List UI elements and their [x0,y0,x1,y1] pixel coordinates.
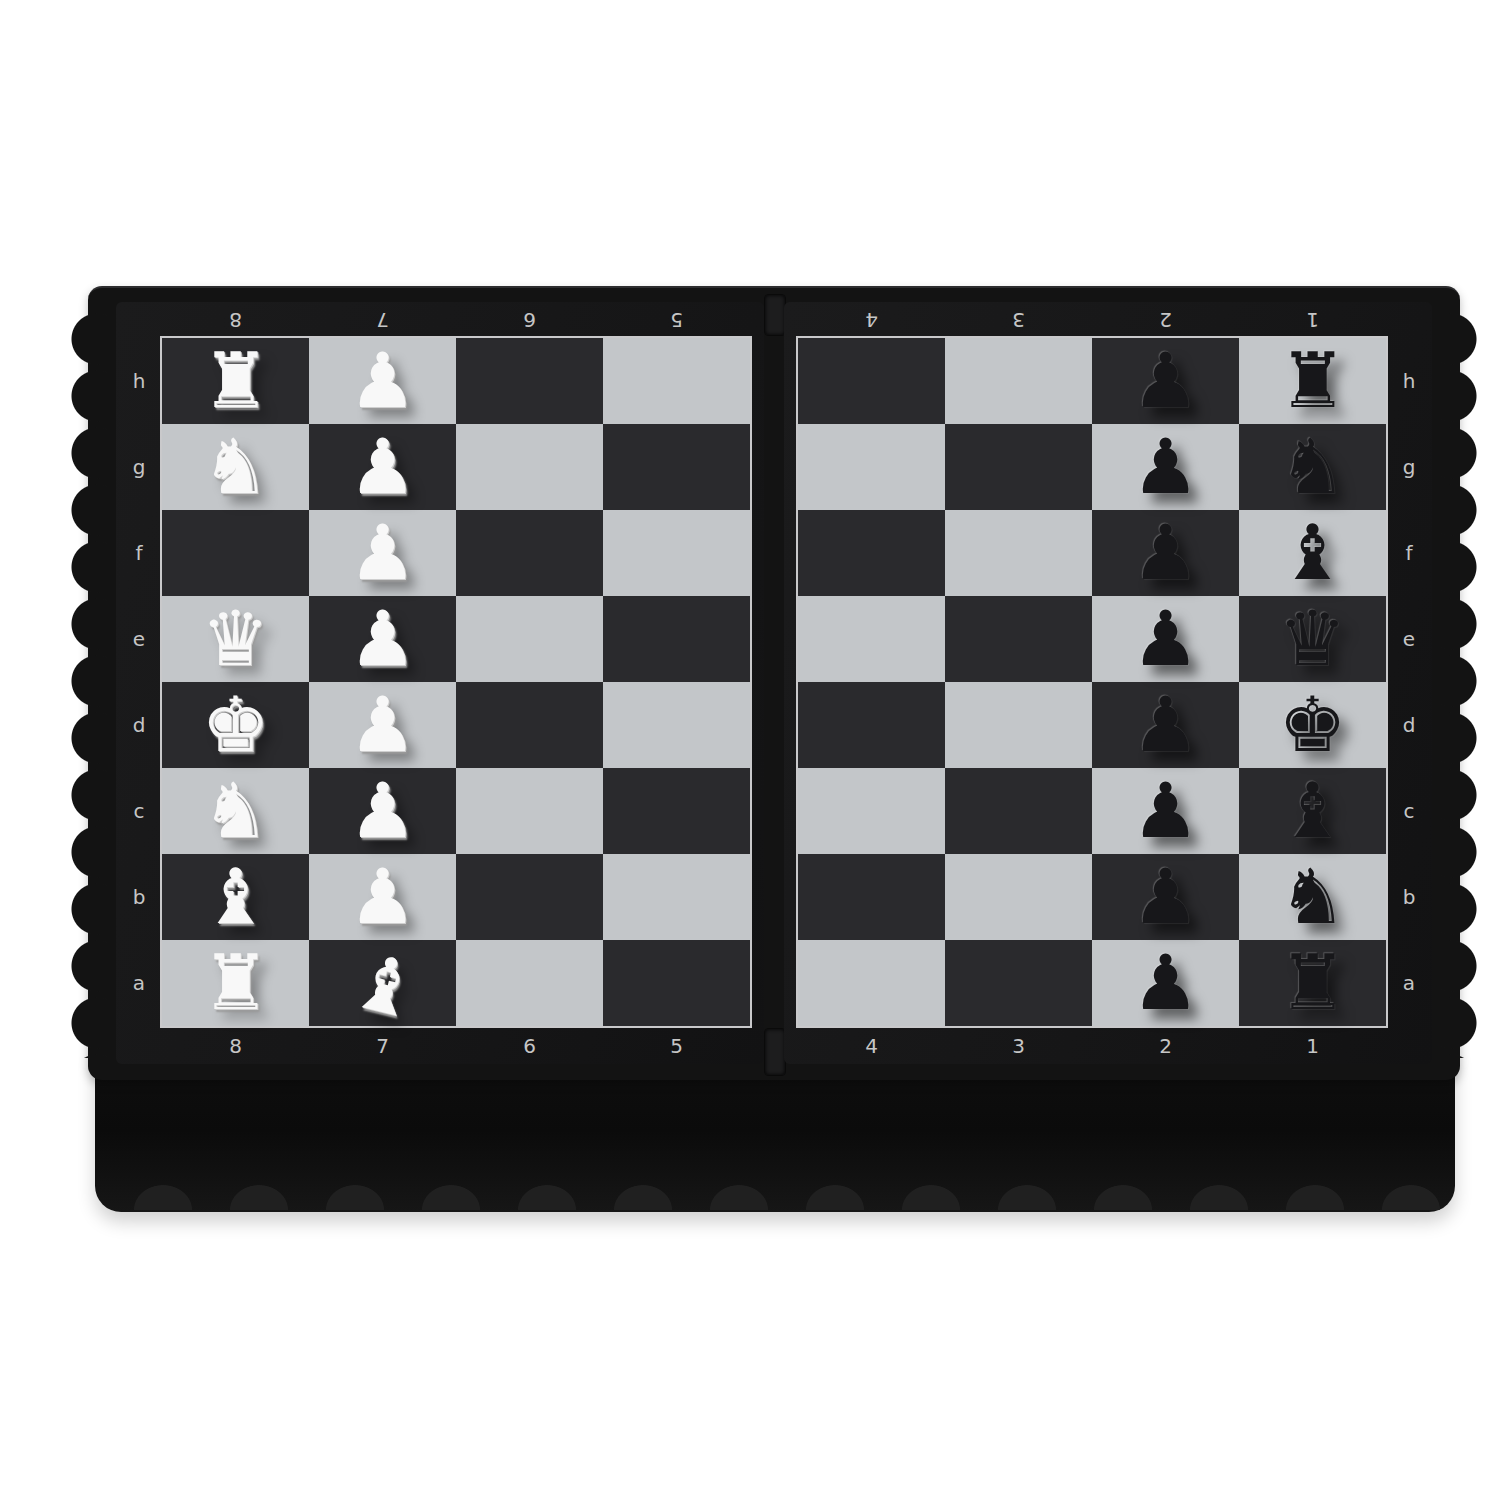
file-label-d: d [116,682,162,768]
piece-black-bishop-f1[interactable]: ♝ [1278,515,1346,591]
square-f6[interactable] [456,510,603,596]
square-b5[interactable] [603,854,750,940]
file-labels-left: hgfedcba [116,338,162,1026]
square-a4[interactable] [798,940,945,1026]
square-a1[interactable]: ♜ [1239,940,1386,1026]
rank-label-8: 8 [162,1028,309,1064]
piece-black-knight-b1[interactable]: ♞ [1278,859,1346,935]
square-e4[interactable] [798,596,945,682]
square-d6[interactable] [456,682,603,768]
rank-label-4: 4 [798,302,945,338]
file-label-b: b [1386,854,1432,940]
rank-label-2: 2 [1092,302,1239,338]
square-f8[interactable] [162,510,309,596]
square-h6[interactable] [456,338,603,424]
square-a3[interactable] [945,940,1092,1026]
piece-black-pawn-c2[interactable]: ♟ [1131,773,1199,849]
square-e7[interactable]: ♟ [309,596,456,682]
file-label-f: f [1386,510,1432,596]
product-photo-scene: hgfedcba 8765 ♜♟♞♟♟♛♟♚♟♞♟♝♟♜♝ 8765 hgfed… [0,0,1500,1500]
square-h5[interactable] [603,338,750,424]
file-label-e: e [1386,596,1432,682]
square-b2[interactable]: ♟ [1092,854,1239,940]
piece-black-bishop-c1[interactable]: ♝ [1278,773,1346,849]
square-f1[interactable]: ♝ [1239,510,1386,596]
piece-white-pawn-b7[interactable]: ♟ [348,859,416,935]
square-c6[interactable] [456,768,603,854]
square-a6[interactable] [456,940,603,1026]
file-label-c: c [1386,768,1432,854]
piece-black-rook-h1[interactable]: ♜ [1278,343,1346,419]
square-e1[interactable]: ♛ [1239,596,1386,682]
rank-label-1: 1 [1239,1028,1386,1064]
piece-white-bishop-a7[interactable]: ♝ [344,941,429,1031]
square-f5[interactable] [603,510,750,596]
square-b6[interactable] [456,854,603,940]
square-c7[interactable]: ♟ [309,768,456,854]
file-labels-right: hgfedcba [1386,338,1432,1026]
square-c4[interactable] [798,768,945,854]
square-d4[interactable] [798,682,945,768]
rank-label-6: 6 [456,302,603,338]
piece-black-rook-a1[interactable]: ♜ [1278,945,1346,1021]
square-c2[interactable]: ♟ [1092,768,1239,854]
rank-labels-right-bottom: 4321 [798,1028,1386,1064]
scalloped-edge-left [60,310,110,1058]
square-h3[interactable] [945,338,1092,424]
square-c5[interactable] [603,768,750,854]
square-g3[interactable] [945,424,1092,510]
square-h7[interactable]: ♟ [309,338,456,424]
piece-black-knight-g1[interactable]: ♞ [1278,429,1346,505]
piece-white-rook-a8[interactable]: ♜ [201,945,269,1021]
piece-black-queen-e1[interactable]: ♛ [1278,601,1346,677]
rank-label-4: 4 [798,1028,945,1064]
square-c1[interactable]: ♝ [1239,768,1386,854]
square-a8[interactable]: ♜ [162,940,309,1026]
piece-white-queen-e8[interactable]: ♛ [201,601,269,677]
scalloped-edge-right [1438,310,1488,1058]
file-label-h: h [1386,338,1432,424]
rank-label-3: 3 [945,1028,1092,1064]
square-e6[interactable] [456,596,603,682]
piece-white-pawn-d7[interactable]: ♟ [348,687,416,763]
hinge-top [764,294,786,336]
hinge-bottom [764,1028,786,1076]
square-h1[interactable]: ♜ [1239,338,1386,424]
rank-label-1: 1 [1239,302,1386,338]
rank-label-3: 3 [945,302,1092,338]
file-label-b: b [116,854,162,940]
square-f7[interactable]: ♟ [309,510,456,596]
square-d1[interactable]: ♚ [1239,682,1386,768]
piece-white-pawn-g7[interactable]: ♟ [348,429,416,505]
board-left-half: hgfedcba 8765 ♜♟♞♟♟♛♟♚♟♞♟♝♟♜♝ 8765 [116,302,764,1064]
file-label-c: c [116,768,162,854]
file-label-e: e [116,596,162,682]
square-d7[interactable]: ♟ [309,682,456,768]
square-f4[interactable] [798,510,945,596]
square-g8[interactable]: ♞ [162,424,309,510]
board-right-half: hgfedcba 4321 ♟♜♟♞♟♝♟♛♟♚♟♝♟♞♟♜ 4321 [784,302,1432,1064]
square-a2[interactable]: ♟ [1092,940,1239,1026]
square-d3[interactable] [945,682,1092,768]
square-e2[interactable]: ♟ [1092,596,1239,682]
square-f2[interactable]: ♟ [1092,510,1239,596]
square-e3[interactable] [945,596,1092,682]
square-g6[interactable] [456,424,603,510]
rank-label-7: 7 [309,1028,456,1064]
piece-white-pawn-e7[interactable]: ♟ [348,601,416,677]
piece-white-pawn-f7[interactable]: ♟ [348,515,416,591]
piece-black-pawn-a2[interactable]: ♟ [1131,945,1199,1021]
piece-black-pawn-b2[interactable]: ♟ [1131,859,1199,935]
rank-labels-left-top: 8765 [162,302,750,338]
file-label-a: a [1386,940,1432,1026]
square-d5[interactable] [603,682,750,768]
piece-white-pawn-h7[interactable]: ♟ [348,343,416,419]
rank-labels-right-top: 4321 [798,302,1386,338]
file-label-g: g [116,424,162,510]
square-b3[interactable] [945,854,1092,940]
square-b1[interactable]: ♞ [1239,854,1386,940]
square-a5[interactable] [603,940,750,1026]
square-g4[interactable] [798,424,945,510]
square-g5[interactable] [603,424,750,510]
file-label-g: g [1386,424,1432,510]
square-h8[interactable]: ♜ [162,338,309,424]
piece-white-knight-g8[interactable]: ♞ [201,429,269,505]
piece-white-bishop-b8[interactable]: ♝ [201,859,269,935]
piece-black-pawn-d2[interactable]: ♟ [1131,687,1199,763]
square-e8[interactable]: ♛ [162,596,309,682]
checkerboard-left: ♜♟♞♟♟♛♟♚♟♞♟♝♟♜♝ [162,338,750,1026]
rank-label-5: 5 [603,302,750,338]
checkerboard-right: ♟♜♟♞♟♝♟♛♟♚♟♝♟♞♟♜ [798,338,1386,1026]
piece-white-pawn-c7[interactable]: ♟ [348,773,416,849]
rank-label-6: 6 [456,1028,603,1064]
piece-black-pawn-g2[interactable]: ♟ [1131,429,1199,505]
rank-label-2: 2 [1092,1028,1239,1064]
square-d2[interactable]: ♟ [1092,682,1239,768]
piece-white-rook-h8[interactable]: ♜ [201,343,269,419]
file-label-h: h [116,338,162,424]
square-h4[interactable] [798,338,945,424]
piece-black-pawn-h2[interactable]: ♟ [1131,343,1199,419]
square-a7[interactable]: ♝ [309,940,456,1026]
file-label-f: f [116,510,162,596]
square-f3[interactable] [945,510,1092,596]
piece-black-pawn-e2[interactable]: ♟ [1131,601,1199,677]
rank-labels-left-bottom: 8765 [162,1028,750,1064]
square-g1[interactable]: ♞ [1239,424,1386,510]
square-e5[interactable] [603,596,750,682]
square-b4[interactable] [798,854,945,940]
square-d8[interactable]: ♚ [162,682,309,768]
square-h2[interactable]: ♟ [1092,338,1239,424]
square-c3[interactable] [945,768,1092,854]
square-b7[interactable]: ♟ [309,854,456,940]
square-g2[interactable]: ♟ [1092,424,1239,510]
file-label-a: a [116,940,162,1026]
piece-black-king-d1[interactable]: ♚ [1278,687,1346,763]
square-g7[interactable]: ♟ [309,424,456,510]
piece-black-pawn-f2[interactable]: ♟ [1131,515,1199,591]
file-label-d: d [1386,682,1432,768]
piece-white-king-d8[interactable]: ♚ [201,687,269,763]
piece-white-knight-c8[interactable]: ♞ [201,773,269,849]
chess-board: hgfedcba 8765 ♜♟♞♟♟♛♟♚♟♞♟♝♟♜♝ 8765 hgfed… [88,286,1460,1080]
square-c8[interactable]: ♞ [162,768,309,854]
square-b8[interactable]: ♝ [162,854,309,940]
rank-label-7: 7 [309,302,456,338]
rank-label-5: 5 [603,1028,750,1064]
rank-label-8: 8 [162,302,309,338]
